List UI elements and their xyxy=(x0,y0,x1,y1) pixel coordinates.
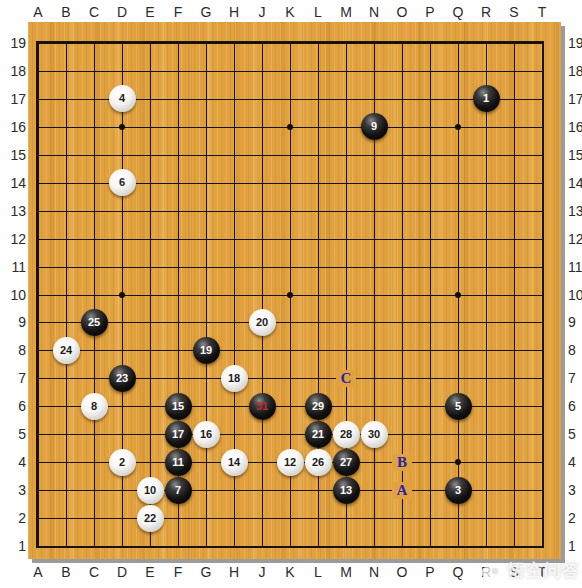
col-label-bottom-F: F xyxy=(164,563,192,581)
row-label-left-16: 16 xyxy=(0,118,26,136)
col-label-top-E: E xyxy=(136,3,164,21)
point-label-B: B xyxy=(392,454,412,471)
hoshi-point-D10 xyxy=(119,292,125,298)
hoshi-point-K10 xyxy=(287,292,293,298)
row-label-left-1: 1 xyxy=(0,537,26,555)
row-label-left-11: 11 xyxy=(0,258,26,276)
grid-line-vertical xyxy=(430,43,431,546)
row-label-right-3: 3 xyxy=(566,481,582,499)
col-label-top-O: O xyxy=(388,3,416,21)
row-label-left-10: 10 xyxy=(0,286,26,304)
grid-line-horizontal xyxy=(38,322,543,323)
stone-white-14-H4: 14 xyxy=(221,449,248,476)
col-label-top-Q: Q xyxy=(444,3,472,21)
grid-line-vertical xyxy=(486,43,487,546)
col-label-top-T: T xyxy=(528,3,556,21)
hoshi-point-K16 xyxy=(287,124,293,130)
col-label-top-K: K xyxy=(276,3,304,21)
stone-black-1-R17: 1 xyxy=(473,85,500,112)
stone-black-29-L6: 29 xyxy=(305,393,332,420)
hoshi-point-Q16 xyxy=(455,124,461,130)
row-label-right-9: 9 xyxy=(566,313,582,331)
hoshi-point-Q10 xyxy=(455,292,461,298)
stone-black-11-F4: 11 xyxy=(165,449,192,476)
col-label-bottom-N: N xyxy=(360,563,388,581)
stone-white-28-M5: 28 xyxy=(333,421,360,448)
go-diagram-page: 1234567891011121314151617181920212223242… xyxy=(0,0,582,588)
col-label-top-L: L xyxy=(304,3,332,21)
col-label-bottom-C: C xyxy=(80,563,108,581)
stone-white-10-E3: 10 xyxy=(137,477,164,504)
watermark: 悟空问答 xyxy=(481,559,580,582)
stone-white-22-E2: 22 xyxy=(137,505,164,532)
stone-black-5-Q6: 5 xyxy=(445,393,472,420)
row-label-right-8: 8 xyxy=(566,341,582,359)
stone-black-25-C9: 25 xyxy=(81,309,108,336)
stone-black-19-G8: 19 xyxy=(193,337,220,364)
col-label-top-B: B xyxy=(52,3,80,21)
stone-white-20-J9: 20 xyxy=(249,309,276,336)
point-label-C: C xyxy=(336,370,356,387)
row-label-left-2: 2 xyxy=(0,509,26,527)
col-label-bottom-B: B xyxy=(52,563,80,581)
stone-white-18-H7: 18 xyxy=(221,365,248,392)
row-label-left-14: 14 xyxy=(0,174,26,192)
row-label-left-15: 15 xyxy=(0,146,26,164)
go-board: 1234567891011121314151617181920212223242… xyxy=(28,22,561,559)
row-label-left-19: 19 xyxy=(0,34,26,52)
grid-line-horizontal xyxy=(38,518,543,519)
col-label-bottom-J: J xyxy=(248,563,276,581)
grid-line-horizontal xyxy=(38,546,543,547)
col-label-top-D: D xyxy=(108,3,136,21)
row-label-left-3: 3 xyxy=(0,481,26,499)
col-label-bottom-A: A xyxy=(24,563,52,581)
stone-white-12-K4: 12 xyxy=(277,449,304,476)
stone-white-2-D4: 2 xyxy=(109,449,136,476)
col-label-top-S: S xyxy=(500,3,528,21)
watermark-cloud-icon xyxy=(481,562,505,579)
col-label-bottom-Q: Q xyxy=(444,563,472,581)
stone-black-3-Q3: 3 xyxy=(445,477,472,504)
row-label-right-5: 5 xyxy=(566,425,582,443)
row-label-right-10: 10 xyxy=(566,286,582,304)
stone-white-4-D17: 4 xyxy=(109,85,136,112)
row-label-left-13: 13 xyxy=(0,202,26,220)
stone-black-31-J6: 31 xyxy=(249,393,276,420)
stone-black-15-F6: 15 xyxy=(165,393,192,420)
col-label-top-H: H xyxy=(220,3,248,21)
grid-line-horizontal xyxy=(38,350,543,351)
row-label-left-4: 4 xyxy=(0,453,26,471)
stone-white-26-L4: 26 xyxy=(305,449,332,476)
stone-black-27-M4: 27 xyxy=(333,449,360,476)
col-label-bottom-D: D xyxy=(108,563,136,581)
col-label-bottom-E: E xyxy=(136,563,164,581)
stone-black-23-D7: 23 xyxy=(109,365,136,392)
grid-line-horizontal xyxy=(38,434,543,435)
row-label-right-13: 13 xyxy=(566,202,582,220)
point-label-A: A xyxy=(392,482,412,499)
row-label-left-18: 18 xyxy=(0,62,26,80)
row-label-right-17: 17 xyxy=(566,90,582,108)
col-label-top-R: R xyxy=(472,3,500,21)
stone-black-21-L5: 21 xyxy=(305,421,332,448)
col-label-bottom-L: L xyxy=(304,563,332,581)
col-label-top-A: A xyxy=(24,3,52,21)
row-label-right-6: 6 xyxy=(566,397,582,415)
stone-white-24-B8: 24 xyxy=(53,337,80,364)
row-label-right-7: 7 xyxy=(566,369,582,387)
col-label-bottom-K: K xyxy=(276,563,304,581)
row-label-right-11: 11 xyxy=(566,258,582,276)
row-label-right-19: 19 xyxy=(566,34,582,52)
stone-white-6-D14: 6 xyxy=(109,169,136,196)
col-label-top-G: G xyxy=(192,3,220,21)
stone-black-9-N16: 9 xyxy=(361,113,388,140)
row-label-right-15: 15 xyxy=(566,146,582,164)
hoshi-point-D16 xyxy=(119,124,125,130)
col-label-bottom-H: H xyxy=(220,563,248,581)
row-label-right-16: 16 xyxy=(566,118,582,136)
col-label-top-P: P xyxy=(416,3,444,21)
row-label-right-2: 2 xyxy=(566,509,582,527)
stone-black-13-M3: 13 xyxy=(333,477,360,504)
row-label-left-6: 6 xyxy=(0,397,26,415)
stone-black-7-F3: 7 xyxy=(165,477,192,504)
stone-white-30-N5: 30 xyxy=(361,421,388,448)
stone-white-8-C6: 8 xyxy=(81,393,108,420)
col-label-top-M: M xyxy=(332,3,360,21)
stone-white-16-G5: 16 xyxy=(193,421,220,448)
col-label-bottom-P: P xyxy=(416,563,444,581)
row-label-left-17: 17 xyxy=(0,90,26,108)
col-label-top-N: N xyxy=(360,3,388,21)
row-label-left-7: 7 xyxy=(0,369,26,387)
row-label-left-12: 12 xyxy=(0,230,26,248)
stone-black-17-F5: 17 xyxy=(165,421,192,448)
row-label-left-9: 9 xyxy=(0,313,26,331)
row-label-right-1: 1 xyxy=(566,537,582,555)
row-label-right-12: 12 xyxy=(566,230,582,248)
col-label-bottom-O: O xyxy=(388,563,416,581)
grid-line-vertical xyxy=(514,43,515,546)
row-label-left-5: 5 xyxy=(0,425,26,443)
row-label-right-4: 4 xyxy=(566,453,582,471)
col-label-top-J: J xyxy=(248,3,276,21)
grid-line-vertical xyxy=(542,43,543,546)
col-label-bottom-M: M xyxy=(332,563,360,581)
row-label-left-8: 8 xyxy=(0,341,26,359)
row-label-right-14: 14 xyxy=(566,174,582,192)
row-label-right-18: 18 xyxy=(566,62,582,80)
col-label-top-F: F xyxy=(164,3,192,21)
col-label-top-C: C xyxy=(80,3,108,21)
col-label-bottom-G: G xyxy=(192,563,220,581)
watermark-text: 悟空问答 xyxy=(508,559,580,582)
